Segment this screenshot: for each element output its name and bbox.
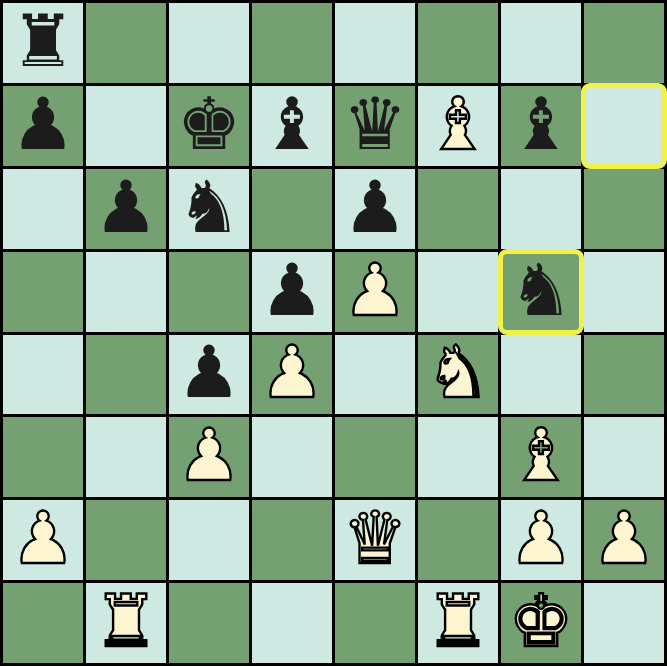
- square-f6[interactable]: [418, 169, 498, 249]
- piece-black-knight[interactable]: ♞: [177, 171, 242, 243]
- square-h8[interactable]: [584, 3, 664, 83]
- square-e4[interactable]: [335, 335, 415, 415]
- square-h1[interactable]: [584, 583, 664, 663]
- piece-black-king[interactable]: ♚: [177, 88, 242, 160]
- square-e6[interactable]: ♟: [335, 169, 415, 249]
- square-g7[interactable]: ♝: [501, 86, 581, 166]
- square-b5[interactable]: [86, 252, 166, 332]
- square-b6[interactable]: ♟: [86, 169, 166, 249]
- square-c1[interactable]: [169, 583, 249, 663]
- piece-white-pawn[interactable]: ♟: [260, 336, 325, 408]
- square-e1[interactable]: [335, 583, 415, 663]
- square-g4[interactable]: [501, 335, 581, 415]
- square-d2[interactable]: [252, 500, 332, 580]
- square-f7[interactable]: ♝: [418, 86, 498, 166]
- square-d8[interactable]: [252, 3, 332, 83]
- square-e3[interactable]: [335, 417, 415, 497]
- piece-white-pawn[interactable]: ♟: [509, 502, 574, 574]
- piece-white-bishop[interactable]: ♝: [426, 88, 491, 160]
- square-g2[interactable]: ♟: [501, 500, 581, 580]
- square-c5[interactable]: [169, 252, 249, 332]
- square-c4[interactable]: ♟: [169, 335, 249, 415]
- piece-black-rook[interactable]: ♜: [11, 5, 76, 77]
- square-h5[interactable]: [584, 252, 664, 332]
- square-b8[interactable]: [86, 3, 166, 83]
- square-d6[interactable]: [252, 169, 332, 249]
- piece-white-pawn[interactable]: ♟: [343, 254, 408, 326]
- piece-black-pawn[interactable]: ♟: [260, 254, 325, 326]
- piece-black-pawn[interactable]: ♟: [177, 336, 242, 408]
- square-h7[interactable]: [584, 86, 664, 166]
- piece-black-bishop[interactable]: ♝: [260, 88, 325, 160]
- piece-black-pawn[interactable]: ♟: [94, 171, 159, 243]
- square-a2[interactable]: ♟: [3, 500, 83, 580]
- square-a4[interactable]: [3, 335, 83, 415]
- square-f2[interactable]: [418, 500, 498, 580]
- square-e5[interactable]: ♟: [335, 252, 415, 332]
- square-d1[interactable]: [252, 583, 332, 663]
- square-b1[interactable]: ♜: [86, 583, 166, 663]
- piece-black-knight[interactable]: ♞: [509, 254, 574, 326]
- piece-white-pawn[interactable]: ♟: [177, 419, 242, 491]
- piece-white-king[interactable]: ♚: [509, 585, 574, 657]
- piece-black-bishop[interactable]: ♝: [509, 88, 574, 160]
- square-g3[interactable]: ♝: [501, 417, 581, 497]
- square-f3[interactable]: [418, 417, 498, 497]
- square-b2[interactable]: [86, 500, 166, 580]
- square-a5[interactable]: [3, 252, 83, 332]
- chess-board: ♜♟♚♝♛♝♝♟♞♟♟♟♞♟♟♞♟♝♟♛♟♟♜♜♚: [0, 0, 667, 666]
- square-e8[interactable]: [335, 3, 415, 83]
- square-d7[interactable]: ♝: [252, 86, 332, 166]
- square-a1[interactable]: [3, 583, 83, 663]
- square-f8[interactable]: [418, 3, 498, 83]
- piece-white-knight[interactable]: ♞: [426, 336, 491, 408]
- square-c6[interactable]: ♞: [169, 169, 249, 249]
- square-g1[interactable]: ♚: [501, 583, 581, 663]
- square-f5[interactable]: [418, 252, 498, 332]
- square-f1[interactable]: ♜: [418, 583, 498, 663]
- piece-black-pawn[interactable]: ♟: [343, 171, 408, 243]
- square-c7[interactable]: ♚: [169, 86, 249, 166]
- square-f4[interactable]: ♞: [418, 335, 498, 415]
- square-d3[interactable]: [252, 417, 332, 497]
- square-e7[interactable]: ♛: [335, 86, 415, 166]
- square-e2[interactable]: ♛: [335, 500, 415, 580]
- square-g8[interactable]: [501, 3, 581, 83]
- square-h3[interactable]: [584, 417, 664, 497]
- square-a3[interactable]: [3, 417, 83, 497]
- square-a7[interactable]: ♟: [3, 86, 83, 166]
- square-d5[interactable]: ♟: [252, 252, 332, 332]
- piece-black-pawn[interactable]: ♟: [11, 88, 76, 160]
- square-h2[interactable]: ♟: [584, 500, 664, 580]
- square-c8[interactable]: [169, 3, 249, 83]
- square-c3[interactable]: ♟: [169, 417, 249, 497]
- square-b3[interactable]: [86, 417, 166, 497]
- last-move-highlight: [581, 83, 667, 169]
- square-d4[interactable]: ♟: [252, 335, 332, 415]
- square-b7[interactable]: [86, 86, 166, 166]
- piece-white-bishop[interactable]: ♝: [509, 419, 574, 491]
- square-c2[interactable]: [169, 500, 249, 580]
- square-h6[interactable]: [584, 169, 664, 249]
- square-g6[interactable]: [501, 169, 581, 249]
- square-a8[interactable]: ♜: [3, 3, 83, 83]
- square-g5[interactable]: ♞: [501, 252, 581, 332]
- piece-white-rook[interactable]: ♜: [94, 585, 159, 657]
- piece-white-pawn[interactable]: ♟: [592, 502, 657, 574]
- piece-white-pawn[interactable]: ♟: [11, 502, 76, 574]
- piece-white-rook[interactable]: ♜: [426, 585, 491, 657]
- piece-white-queen[interactable]: ♛: [343, 502, 408, 574]
- square-a6[interactable]: [3, 169, 83, 249]
- piece-black-queen[interactable]: ♛: [343, 88, 408, 160]
- square-h4[interactable]: [584, 335, 664, 415]
- square-b4[interactable]: [86, 335, 166, 415]
